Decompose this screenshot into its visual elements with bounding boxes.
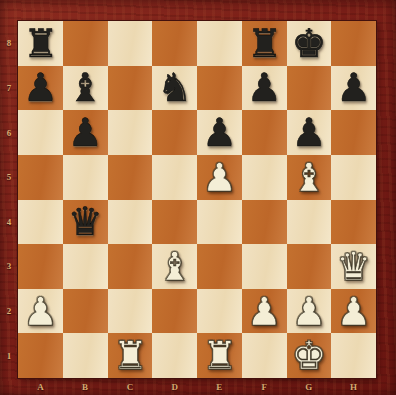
square-g1[interactable]: ♚ bbox=[287, 333, 332, 378]
square-g2[interactable]: ♟ bbox=[287, 289, 332, 334]
square-b4[interactable]: ♛ bbox=[63, 200, 108, 245]
piece-white-bishop-g5[interactable]: ♝ bbox=[291, 158, 326, 197]
square-d1[interactable] bbox=[152, 333, 197, 378]
square-c1[interactable]: ♜ bbox=[108, 333, 153, 378]
square-a1[interactable] bbox=[18, 333, 63, 378]
square-a4[interactable] bbox=[18, 200, 63, 245]
piece-white-pawn-h2[interactable]: ♟ bbox=[336, 292, 371, 331]
square-a5[interactable] bbox=[18, 155, 63, 200]
square-h5[interactable] bbox=[331, 155, 376, 200]
rank-label-5: 5 bbox=[0, 155, 18, 200]
square-f5[interactable] bbox=[242, 155, 287, 200]
square-c4[interactable] bbox=[108, 200, 153, 245]
piece-black-pawn-h7[interactable]: ♟ bbox=[336, 68, 371, 107]
file-label-d: D bbox=[152, 378, 197, 395]
square-a7[interactable]: ♟ bbox=[18, 66, 63, 111]
square-h8[interactable] bbox=[331, 21, 376, 66]
piece-white-pawn-f2[interactable]: ♟ bbox=[247, 292, 282, 331]
rank-label-3: 3 bbox=[0, 244, 18, 289]
square-c6[interactable] bbox=[108, 110, 153, 155]
rank-label-4: 4 bbox=[0, 200, 18, 245]
piece-black-pawn-e6[interactable]: ♟ bbox=[202, 113, 237, 152]
square-b8[interactable] bbox=[63, 21, 108, 66]
chess-board: ♜♜♚♟♝♞♟♟♟♟♟♟♝♛♝♛♟♟♟♟♜♜♚ bbox=[18, 21, 376, 378]
square-h7[interactable]: ♟ bbox=[331, 66, 376, 111]
piece-black-pawn-f7[interactable]: ♟ bbox=[247, 68, 282, 107]
square-f1[interactable] bbox=[242, 333, 287, 378]
square-d5[interactable] bbox=[152, 155, 197, 200]
square-a2[interactable]: ♟ bbox=[18, 289, 63, 334]
square-e8[interactable] bbox=[197, 21, 242, 66]
piece-black-rook-a8[interactable]: ♜ bbox=[23, 24, 58, 63]
square-b2[interactable] bbox=[63, 289, 108, 334]
square-e1[interactable]: ♜ bbox=[197, 333, 242, 378]
file-label-b: B bbox=[63, 378, 108, 395]
square-f4[interactable] bbox=[242, 200, 287, 245]
square-g8[interactable]: ♚ bbox=[287, 21, 332, 66]
square-e6[interactable]: ♟ bbox=[197, 110, 242, 155]
square-d6[interactable] bbox=[152, 110, 197, 155]
square-f6[interactable] bbox=[242, 110, 287, 155]
square-f2[interactable]: ♟ bbox=[242, 289, 287, 334]
file-label-g: G bbox=[287, 378, 332, 395]
square-c2[interactable] bbox=[108, 289, 153, 334]
piece-black-king-g8[interactable]: ♚ bbox=[291, 24, 326, 63]
piece-white-pawn-e5[interactable]: ♟ bbox=[202, 158, 237, 197]
square-d8[interactable] bbox=[152, 21, 197, 66]
square-a8[interactable]: ♜ bbox=[18, 21, 63, 66]
square-h6[interactable] bbox=[331, 110, 376, 155]
rank-label-1: 1 bbox=[0, 333, 18, 378]
rank-labels: 87654321 bbox=[0, 21, 18, 378]
square-c3[interactable] bbox=[108, 244, 153, 289]
piece-white-pawn-g2[interactable]: ♟ bbox=[291, 292, 326, 331]
square-b7[interactable]: ♝ bbox=[63, 66, 108, 111]
piece-white-bishop-d3[interactable]: ♝ bbox=[157, 247, 192, 286]
piece-white-king-g1[interactable]: ♚ bbox=[291, 336, 326, 375]
piece-black-queen-b4[interactable]: ♛ bbox=[68, 202, 103, 241]
rank-label-2: 2 bbox=[0, 289, 18, 334]
piece-black-pawn-g6[interactable]: ♟ bbox=[291, 113, 326, 152]
square-c5[interactable] bbox=[108, 155, 153, 200]
square-e2[interactable] bbox=[197, 289, 242, 334]
square-g7[interactable] bbox=[287, 66, 332, 111]
square-c7[interactable] bbox=[108, 66, 153, 111]
board-frame: 87654321 ABCDEFGH ♜♜♚♟♝♞♟♟♟♟♟♟♝♛♝♛♟♟♟♟♜♜… bbox=[0, 0, 396, 395]
file-labels: ABCDEFGH bbox=[18, 378, 376, 395]
square-g5[interactable]: ♝ bbox=[287, 155, 332, 200]
piece-black-knight-d7[interactable]: ♞ bbox=[157, 68, 192, 107]
square-d4[interactable] bbox=[152, 200, 197, 245]
square-f8[interactable]: ♜ bbox=[242, 21, 287, 66]
square-a6[interactable] bbox=[18, 110, 63, 155]
square-h2[interactable]: ♟ bbox=[331, 289, 376, 334]
file-label-a: A bbox=[18, 378, 63, 395]
square-a3[interactable] bbox=[18, 244, 63, 289]
square-c8[interactable] bbox=[108, 21, 153, 66]
square-e7[interactable] bbox=[197, 66, 242, 111]
square-g4[interactable] bbox=[287, 200, 332, 245]
square-g3[interactable] bbox=[287, 244, 332, 289]
square-f7[interactable]: ♟ bbox=[242, 66, 287, 111]
file-label-e: E bbox=[197, 378, 242, 395]
file-label-h: H bbox=[331, 378, 376, 395]
square-e4[interactable] bbox=[197, 200, 242, 245]
square-h1[interactable] bbox=[331, 333, 376, 378]
square-f3[interactable] bbox=[242, 244, 287, 289]
piece-white-rook-c1[interactable]: ♜ bbox=[112, 336, 147, 375]
square-h3[interactable]: ♛ bbox=[331, 244, 376, 289]
file-label-c: C bbox=[108, 378, 153, 395]
rank-label-8: 8 bbox=[0, 21, 18, 66]
square-e5[interactable]: ♟ bbox=[197, 155, 242, 200]
piece-white-queen-h3[interactable]: ♛ bbox=[336, 247, 371, 286]
square-h4[interactable] bbox=[331, 200, 376, 245]
square-b1[interactable] bbox=[63, 333, 108, 378]
rank-label-6: 6 bbox=[0, 110, 18, 155]
piece-black-pawn-b6[interactable]: ♟ bbox=[68, 113, 103, 152]
piece-black-pawn-a7[interactable]: ♟ bbox=[23, 68, 58, 107]
square-b5[interactable] bbox=[63, 155, 108, 200]
rank-label-7: 7 bbox=[0, 66, 18, 111]
square-b6[interactable]: ♟ bbox=[63, 110, 108, 155]
square-b3[interactable] bbox=[63, 244, 108, 289]
square-d7[interactable]: ♞ bbox=[152, 66, 197, 111]
square-d2[interactable] bbox=[152, 289, 197, 334]
square-g6[interactable]: ♟ bbox=[287, 110, 332, 155]
square-d3[interactable]: ♝ bbox=[152, 244, 197, 289]
piece-black-rook-f8[interactable]: ♜ bbox=[247, 24, 282, 63]
square-e3[interactable] bbox=[197, 244, 242, 289]
piece-white-rook-e1[interactable]: ♜ bbox=[202, 336, 237, 375]
piece-black-bishop-b7[interactable]: ♝ bbox=[68, 68, 103, 107]
piece-white-pawn-a2[interactable]: ♟ bbox=[23, 292, 58, 331]
file-label-f: F bbox=[242, 378, 287, 395]
